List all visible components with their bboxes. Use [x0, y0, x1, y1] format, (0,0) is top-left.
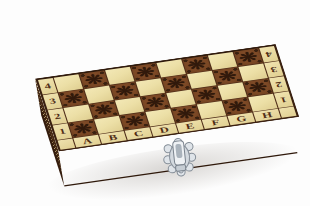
- rank-label-right-2-text: 2: [274, 80, 283, 89]
- file-label-h-text: H: [261, 110, 273, 120]
- rosette-ornament: ❋: [216, 68, 239, 84]
- file-label-f-text: F: [210, 118, 220, 127]
- clasp-latch-icon: [159, 132, 201, 181]
- rosette-ornament: ❋: [247, 80, 270, 96]
- rosette-ornament: ❋: [134, 64, 157, 80]
- corner-bottom-left: [58, 138, 76, 149]
- rosette-ornament: ❋: [93, 102, 116, 118]
- file-label-g-text: G: [235, 114, 247, 124]
- file-label-d-text: D: [158, 125, 170, 135]
- rank-label-right-4: 4: [259, 46, 278, 63]
- rosette-ornament: ❋: [186, 57, 209, 73]
- file-label-e-text: E: [184, 122, 195, 132]
- rank-label-left-2-text: 2: [53, 112, 62, 121]
- rank-label-right-1: 1: [274, 91, 293, 108]
- corner-bottom-right: [279, 106, 297, 117]
- file-label-b-text: B: [107, 133, 118, 143]
- rosette-ornament: ❋: [237, 49, 260, 65]
- rosette-ornament: ❋: [144, 95, 167, 111]
- rosette-ornament: ❋: [62, 91, 85, 107]
- rank-label-right-2: 2: [269, 76, 288, 93]
- rank-label-left-4-text: 4: [43, 82, 52, 91]
- rosette-ornament: ❋: [226, 99, 249, 115]
- rank-label-right-4-text: 4: [264, 50, 273, 59]
- product-photo-chess-box: 4❋❋❋❋43❋❋❋❋32❋❋❋❋21❋❋❋❋1ABCDEFGH: [0, 0, 310, 206]
- rank-label-right-3-text: 3: [269, 65, 278, 74]
- rank-label-right-3: 3: [264, 61, 283, 78]
- rank-label-left-3-text: 3: [48, 97, 57, 106]
- rosette-ornament: ❋: [165, 76, 188, 92]
- rosette-ornament: ❋: [72, 121, 95, 137]
- file-label-a-text: A: [81, 136, 93, 146]
- rosette-ornament: ❋: [83, 72, 106, 88]
- rank-label-right-1-text: 1: [279, 95, 288, 104]
- file-label-c-text: C: [133, 129, 145, 139]
- rosette-ornament: ❋: [175, 106, 198, 122]
- rosette-ornament: ❋: [113, 83, 136, 99]
- rosette-ornament: ❋: [195, 87, 218, 103]
- rank-label-left-1-text: 1: [58, 127, 67, 136]
- rosette-ornament: ❋: [123, 113, 146, 129]
